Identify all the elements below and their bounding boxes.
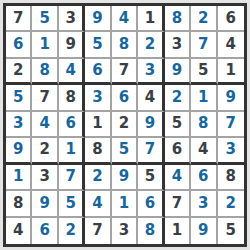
cell-r4c8[interactable]: 1 [191,85,217,111]
cell-r2c6[interactable]: 2 [138,32,164,58]
cell-r7c7[interactable]: 4 [165,165,191,191]
cell-r2c1[interactable]: 6 [6,32,32,58]
cell-r9c3[interactable]: 2 [59,218,85,244]
cell-r5c9[interactable]: 7 [218,112,244,138]
cell-r4c3[interactable]: 8 [59,85,85,111]
cell-r7c9[interactable]: 8 [218,165,244,191]
cell-r6c9[interactable]: 3 [218,138,244,164]
cell-r7c1[interactable]: 1 [6,165,32,191]
cell-r1c9[interactable]: 6 [218,6,244,32]
cell-r6c4[interactable]: 8 [85,138,111,164]
cell-r6c3[interactable]: 1 [59,138,85,164]
cell-r1c4[interactable]: 9 [85,6,111,32]
cell-r3c1[interactable]: 2 [6,59,32,85]
cell-r8c8[interactable]: 3 [191,191,217,217]
cell-r5c8[interactable]: 8 [191,112,217,138]
cell-r6c7[interactable]: 6 [165,138,191,164]
cell-r4c5[interactable]: 6 [112,85,138,111]
cell-r7c5[interactable]: 9 [112,165,138,191]
cell-r4c4[interactable]: 3 [85,85,111,111]
cell-r6c6[interactable]: 7 [138,138,164,164]
cell-r2c2[interactable]: 1 [32,32,58,58]
cell-r8c4[interactable]: 4 [85,191,111,217]
cell-r7c4[interactable]: 2 [85,165,111,191]
cell-r9c9[interactable]: 5 [218,218,244,244]
cell-r3c3[interactable]: 4 [59,59,85,85]
cell-r7c2[interactable]: 3 [32,165,58,191]
cell-r2c8[interactable]: 7 [191,32,217,58]
cell-r2c3[interactable]: 9 [59,32,85,58]
cell-r3c5[interactable]: 7 [112,59,138,85]
cell-r1c2[interactable]: 5 [32,6,58,32]
cell-r1c8[interactable]: 2 [191,6,217,32]
cell-r5c4[interactable]: 1 [85,112,111,138]
cell-r9c4[interactable]: 7 [85,218,111,244]
cell-r4c9[interactable]: 9 [218,85,244,111]
cell-r1c5[interactable]: 4 [112,6,138,32]
cell-r8c7[interactable]: 7 [165,191,191,217]
cell-r3c2[interactable]: 8 [32,59,58,85]
cell-r2c4[interactable]: 5 [85,32,111,58]
cell-r8c2[interactable]: 9 [32,191,58,217]
cell-r3c8[interactable]: 5 [191,59,217,85]
cell-r2c9[interactable]: 4 [218,32,244,58]
cell-r3c4[interactable]: 6 [85,59,111,85]
cell-r1c7[interactable]: 8 [165,6,191,32]
cell-r3c9[interactable]: 1 [218,59,244,85]
cell-r1c1[interactable]: 7 [6,6,32,32]
cell-r8c3[interactable]: 5 [59,191,85,217]
cell-r9c5[interactable]: 3 [112,218,138,244]
cell-r4c7[interactable]: 2 [165,85,191,111]
cell-r4c6[interactable]: 4 [138,85,164,111]
cell-r5c2[interactable]: 4 [32,112,58,138]
cell-r2c5[interactable]: 8 [112,32,138,58]
cell-r7c3[interactable]: 7 [59,165,85,191]
cell-r3c6[interactable]: 3 [138,59,164,85]
cell-r8c9[interactable]: 2 [218,191,244,217]
cell-r7c6[interactable]: 5 [138,165,164,191]
cell-r9c1[interactable]: 4 [6,218,32,244]
cell-r9c6[interactable]: 8 [138,218,164,244]
cell-r8c1[interactable]: 8 [6,191,32,217]
sudoku-board: 7539418266195823742846739515783642193461… [3,3,247,247]
cell-r8c6[interactable]: 6 [138,191,164,217]
cell-r1c6[interactable]: 1 [138,6,164,32]
cell-r5c1[interactable]: 3 [6,112,32,138]
cell-r5c7[interactable]: 5 [165,112,191,138]
cell-r6c5[interactable]: 5 [112,138,138,164]
cell-r1c3[interactable]: 3 [59,6,85,32]
cell-r4c2[interactable]: 7 [32,85,58,111]
cell-r7c8[interactable]: 6 [191,165,217,191]
cell-r5c5[interactable]: 2 [112,112,138,138]
cell-r9c7[interactable]: 1 [165,218,191,244]
cell-r6c1[interactable]: 9 [6,138,32,164]
cell-r6c2[interactable]: 2 [32,138,58,164]
cell-r6c8[interactable]: 4 [191,138,217,164]
cell-r9c8[interactable]: 9 [191,218,217,244]
cell-r2c7[interactable]: 3 [165,32,191,58]
cell-r3c7[interactable]: 9 [165,59,191,85]
cell-r5c3[interactable]: 6 [59,112,85,138]
cell-r8c5[interactable]: 1 [112,191,138,217]
cell-r4c1[interactable]: 5 [6,85,32,111]
cell-r9c2[interactable]: 6 [32,218,58,244]
cell-r5c6[interactable]: 9 [138,112,164,138]
